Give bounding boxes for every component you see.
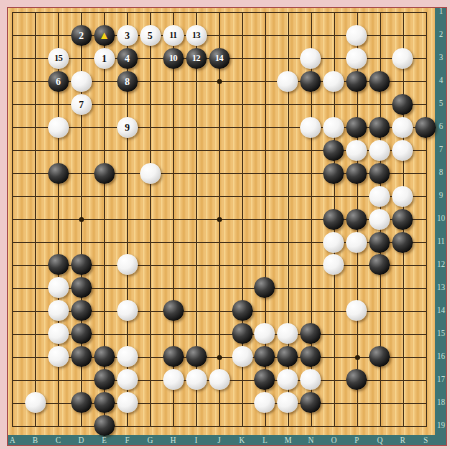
go-stone-white-P11[interactable] — [346, 232, 367, 253]
column-label-N: N — [304, 436, 318, 445]
go-stone-white-C6[interactable] — [48, 117, 69, 138]
go-stone-black-N15[interactable] — [300, 323, 321, 344]
go-stone-white-P3[interactable] — [346, 48, 367, 69]
go-stone-black-E18[interactable] — [94, 392, 115, 413]
go-stone-black-P6[interactable] — [346, 117, 367, 138]
move-number-label: 2 — [79, 25, 84, 46]
go-stone-white-N3[interactable] — [300, 48, 321, 69]
go-stone-black-E2[interactable]: ▲ — [94, 25, 115, 46]
column-label-E: E — [97, 436, 111, 445]
grid-line-horizontal — [12, 426, 426, 427]
go-stone-black-K15[interactable] — [232, 323, 253, 344]
go-stone-white-M15[interactable] — [277, 323, 298, 344]
row-label-5: 5 — [435, 99, 447, 108]
go-stone-white-D5[interactable]: 7 — [71, 94, 92, 115]
go-stone-black-H16[interactable] — [163, 346, 184, 367]
go-stone-black-H3[interactable]: 10 — [163, 48, 184, 69]
go-stone-black-E19[interactable] — [94, 415, 115, 436]
go-stone-black-Q12[interactable] — [369, 254, 390, 275]
go-stone-white-F14[interactable] — [117, 300, 138, 321]
go-stone-white-R6[interactable] — [392, 117, 413, 138]
column-label-M: M — [281, 436, 295, 445]
go-stone-black-P8[interactable] — [346, 163, 367, 184]
move-number-label: 4 — [125, 48, 130, 69]
go-stone-white-F18[interactable] — [117, 392, 138, 413]
go-stone-black-F3[interactable]: 4 — [117, 48, 138, 69]
row-label-1: 1 — [435, 7, 447, 16]
row-label-13: 13 — [435, 283, 447, 292]
go-stone-white-Q7[interactable] — [369, 140, 390, 161]
column-label-O: O — [327, 436, 341, 445]
go-stone-white-P14[interactable] — [346, 300, 367, 321]
go-stone-black-O10[interactable] — [323, 209, 344, 230]
go-stone-black-Q6[interactable] — [369, 117, 390, 138]
move-number-label: 3 — [125, 25, 130, 46]
column-label-L: L — [258, 436, 272, 445]
column-label-J: J — [212, 436, 226, 445]
row-label-9: 9 — [435, 191, 447, 200]
go-stone-black-D14[interactable] — [71, 300, 92, 321]
go-stone-white-H2[interactable]: 11 — [163, 25, 184, 46]
move-number-label: 6 — [56, 71, 61, 92]
go-stone-black-I3[interactable]: 12 — [186, 48, 207, 69]
column-label-R: R — [396, 436, 410, 445]
go-stone-white-Q10[interactable] — [369, 209, 390, 230]
go-stone-white-F17[interactable] — [117, 369, 138, 390]
move-number-label: 10 — [169, 48, 177, 69]
go-stone-white-C16[interactable] — [48, 346, 69, 367]
star-point — [79, 217, 84, 222]
star-point — [355, 355, 360, 360]
go-stone-black-L17[interactable] — [254, 369, 275, 390]
go-stone-white-M17[interactable] — [277, 369, 298, 390]
row-label-14: 14 — [435, 306, 447, 315]
go-stone-black-Q4[interactable] — [369, 71, 390, 92]
go-stone-white-F6[interactable]: 9 — [117, 117, 138, 138]
move-number-label: 9 — [125, 117, 130, 138]
go-stone-black-P17[interactable] — [346, 369, 367, 390]
go-stone-black-S6[interactable] — [415, 117, 436, 138]
column-label-G: G — [143, 436, 157, 445]
go-stone-white-E3[interactable]: 1 — [94, 48, 115, 69]
star-point — [217, 217, 222, 222]
go-stone-black-N18[interactable] — [300, 392, 321, 413]
row-label-4: 4 — [435, 76, 447, 85]
column-label-P: P — [350, 436, 364, 445]
go-stone-black-N4[interactable] — [300, 71, 321, 92]
column-label-F: F — [120, 436, 134, 445]
go-stone-white-C14[interactable] — [48, 300, 69, 321]
go-stone-black-D12[interactable] — [71, 254, 92, 275]
go-stone-black-P4[interactable] — [346, 71, 367, 92]
row-label-19: 19 — [435, 421, 447, 430]
row-label-15: 15 — [435, 329, 447, 338]
move-number-label: 7 — [79, 94, 84, 115]
go-stone-white-G8[interactable] — [140, 163, 161, 184]
row-label-12: 12 — [435, 260, 447, 269]
go-stone-black-R11[interactable] — [392, 232, 413, 253]
go-stone-black-E8[interactable] — [94, 163, 115, 184]
go-board[interactable]: 123456789101112131415▲ — [8, 8, 435, 435]
go-stone-white-O4[interactable] — [323, 71, 344, 92]
go-stone-black-C8[interactable] — [48, 163, 69, 184]
go-stone-white-B18[interactable] — [25, 392, 46, 413]
go-stone-white-L15[interactable] — [254, 323, 275, 344]
move-number-label: 15 — [54, 48, 62, 69]
go-stone-white-Q9[interactable] — [369, 186, 390, 207]
move-number-label: 12 — [192, 48, 200, 69]
move-number-label: 13 — [192, 25, 200, 46]
go-stone-white-R3[interactable] — [392, 48, 413, 69]
go-stone-black-P10[interactable] — [346, 209, 367, 230]
go-stone-black-L13[interactable] — [254, 277, 275, 298]
star-point — [217, 355, 222, 360]
go-stone-white-N17[interactable] — [300, 369, 321, 390]
move-number-label: 5 — [148, 25, 153, 46]
go-stone-white-O11[interactable] — [323, 232, 344, 253]
go-stone-white-M18[interactable] — [277, 392, 298, 413]
go-stone-black-Q16[interactable] — [369, 346, 390, 367]
row-label-6: 6 — [435, 122, 447, 131]
go-stone-white-P2[interactable] — [346, 25, 367, 46]
go-stone-white-M4[interactable] — [277, 71, 298, 92]
go-stone-black-L16[interactable] — [254, 346, 275, 367]
board-with-coordinates: 123456789101112131415▲ 12345678910111213… — [7, 7, 447, 446]
column-label-Q: Q — [373, 436, 387, 445]
go-stone-black-R5[interactable] — [392, 94, 413, 115]
go-stone-black-H14[interactable] — [163, 300, 184, 321]
row-label-18: 18 — [435, 398, 447, 407]
go-stone-black-O7[interactable] — [323, 140, 344, 161]
column-label-K: K — [235, 436, 249, 445]
row-label-7: 7 — [435, 145, 447, 154]
go-stone-black-N16[interactable] — [300, 346, 321, 367]
go-stone-black-C12[interactable] — [48, 254, 69, 275]
go-stone-black-E17[interactable] — [94, 369, 115, 390]
go-stone-white-F16[interactable] — [117, 346, 138, 367]
column-label-D: D — [74, 436, 88, 445]
go-stone-white-P7[interactable] — [346, 140, 367, 161]
go-stone-black-E16[interactable] — [94, 346, 115, 367]
go-stone-white-J17[interactable] — [209, 369, 230, 390]
go-stone-white-G2[interactable]: 5 — [140, 25, 161, 46]
grid-line-vertical — [426, 12, 427, 426]
triangle-mark-icon: ▲ — [99, 25, 110, 46]
go-stone-black-D16[interactable] — [71, 346, 92, 367]
row-label-8: 8 — [435, 168, 447, 177]
row-label-2: 2 — [435, 30, 447, 39]
go-stone-black-O8[interactable] — [323, 163, 344, 184]
move-number-label: 1 — [102, 48, 107, 69]
column-label-C: C — [51, 436, 65, 445]
go-stone-white-C3[interactable]: 15 — [48, 48, 69, 69]
go-stone-white-F2[interactable]: 3 — [117, 25, 138, 46]
go-stone-black-R10[interactable] — [392, 209, 413, 230]
go-stone-white-C15[interactable] — [48, 323, 69, 344]
move-number-label: 8 — [125, 71, 130, 92]
column-label-I: I — [189, 436, 203, 445]
column-label-B: B — [28, 436, 42, 445]
go-stone-white-I2[interactable]: 13 — [186, 25, 207, 46]
move-number-label: 14 — [215, 48, 223, 69]
go-stone-black-D13[interactable] — [71, 277, 92, 298]
go-stone-black-J3[interactable]: 14 — [209, 48, 230, 69]
go-stone-black-D15[interactable] — [71, 323, 92, 344]
go-stone-white-O12[interactable] — [323, 254, 344, 275]
star-point — [217, 79, 222, 84]
go-stone-white-R7[interactable] — [392, 140, 413, 161]
go-stone-white-I17[interactable] — [186, 369, 207, 390]
go-stone-black-I16[interactable] — [186, 346, 207, 367]
go-stone-white-F12[interactable] — [117, 254, 138, 275]
column-label-H: H — [166, 436, 180, 445]
go-stone-black-D2[interactable]: 2 — [71, 25, 92, 46]
row-label-11: 11 — [435, 237, 447, 246]
go-stone-white-N6[interactable] — [300, 117, 321, 138]
row-label-17: 17 — [435, 375, 447, 384]
go-stone-white-L18[interactable] — [254, 392, 275, 413]
go-diagram-frame: 123456789101112131415▲ 12345678910111213… — [0, 0, 450, 449]
go-stone-white-H17[interactable] — [163, 369, 184, 390]
go-stone-white-O6[interactable] — [323, 117, 344, 138]
row-label-3: 3 — [435, 53, 447, 62]
go-stone-black-Q8[interactable] — [369, 163, 390, 184]
go-stone-black-K14[interactable] — [232, 300, 253, 321]
go-stone-black-Q11[interactable] — [369, 232, 390, 253]
column-label-S: S — [419, 436, 433, 445]
row-label-16: 16 — [435, 352, 447, 361]
move-number-label: 11 — [169, 25, 177, 46]
go-stone-black-C4[interactable]: 6 — [48, 71, 69, 92]
go-stone-white-C13[interactable] — [48, 277, 69, 298]
column-label-A: A — [5, 436, 19, 445]
go-stone-black-M16[interactable] — [277, 346, 298, 367]
go-stone-black-D18[interactable] — [71, 392, 92, 413]
go-stone-black-F4[interactable]: 8 — [117, 71, 138, 92]
go-stone-white-K16[interactable] — [232, 346, 253, 367]
row-label-10: 10 — [435, 214, 447, 223]
go-stone-white-R9[interactable] — [392, 186, 413, 207]
go-stone-white-D4[interactable] — [71, 71, 92, 92]
